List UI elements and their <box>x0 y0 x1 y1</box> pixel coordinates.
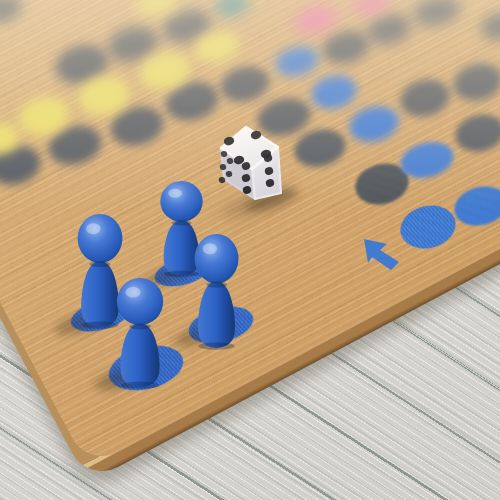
blue-goal-circle <box>308 71 360 113</box>
pawn-right[interactable] <box>189 234 244 351</box>
blue-home-circle <box>450 181 500 231</box>
track-circle <box>363 9 415 49</box>
track-circle <box>0 0 25 26</box>
blue-goal-circle <box>346 101 403 146</box>
blue-home-circle <box>396 200 460 254</box>
pink-track-circle <box>291 1 342 37</box>
track-circle <box>290 124 349 172</box>
track-circle <box>217 61 274 106</box>
track-circle <box>396 74 453 121</box>
die-showing-4[interactable] <box>212 120 292 210</box>
photo-of-ludo-board: Wooden ludo board with four blue pawns o… <box>0 0 500 500</box>
track-circle <box>451 109 500 156</box>
blue-goal-circle <box>272 42 321 80</box>
track-circle <box>449 58 500 105</box>
pawn-front[interactable] <box>111 278 169 390</box>
track-circle <box>410 0 463 30</box>
track-circle <box>319 26 373 69</box>
track-circle <box>478 9 500 43</box>
teal-track-circle <box>212 0 252 20</box>
board-pieces-layer <box>0 0 500 500</box>
blue-start-arrow-icon <box>360 235 405 275</box>
